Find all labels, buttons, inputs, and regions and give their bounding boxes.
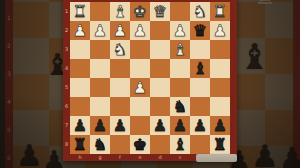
white-pawn-piece: ♟ (113, 21, 127, 40)
black-knight-piece: ♞ (93, 135, 107, 154)
square-a2[interactable]: ♟ (210, 21, 230, 40)
square-g2[interactable]: ♟ (90, 21, 110, 40)
square-g1[interactable] (90, 2, 110, 21)
white-pawn-piece: ♟ (213, 21, 227, 40)
square-a8[interactable]: ♜ (210, 135, 230, 154)
white-pawn-piece: ♟ (133, 21, 147, 40)
square-c3[interactable]: ♝ (170, 40, 190, 59)
black-bishop-piece: ♝ (173, 135, 187, 154)
square-g4[interactable] (90, 59, 110, 78)
square-h6[interactable] (70, 97, 90, 116)
black-pawn-piece: ♟ (213, 116, 227, 135)
black-pawn-piece: ♟ (173, 116, 187, 135)
square-d4[interactable] (150, 59, 170, 78)
file-label-e: e (130, 154, 150, 161)
black-pawn-piece: ♟ (73, 116, 87, 135)
black-king-piece: ♚ (133, 135, 147, 154)
white-pawn-piece: ♟ (173, 21, 187, 40)
rank-label-2: 2 (63, 21, 70, 40)
square-h3[interactable] (70, 40, 90, 59)
square-e5[interactable]: ♟ (130, 78, 150, 97)
square-h5[interactable] (70, 78, 90, 97)
square-h2[interactable]: ♟ (70, 21, 90, 40)
square-f7[interactable]: ♟ (110, 116, 130, 135)
square-a6[interactable] (210, 97, 230, 116)
square-b4[interactable]: ♝ (190, 59, 210, 78)
square-b6[interactable] (190, 97, 210, 116)
black-pawn-piece: ♟ (153, 116, 167, 135)
rank-label-8: 8 (63, 135, 70, 154)
square-f4[interactable] (110, 59, 130, 78)
square-a4[interactable] (210, 59, 230, 78)
square-e4[interactable] (130, 59, 150, 78)
rank-label-6: 6 (63, 97, 70, 116)
square-h1[interactable]: ♜ (70, 2, 90, 21)
square-d6[interactable] (150, 97, 170, 116)
square-e3[interactable] (130, 40, 150, 59)
rank-label-7: 7 (63, 116, 70, 135)
square-d5[interactable] (150, 78, 170, 97)
square-e7[interactable] (130, 116, 150, 135)
square-b5[interactable] (190, 78, 210, 97)
black-pawn-piece: ♟ (193, 116, 207, 135)
file-label-d: d (150, 154, 170, 161)
square-b3[interactable] (190, 40, 210, 59)
black-pawn-piece: ♟ (113, 116, 127, 135)
black-rook-piece: ♜ (73, 135, 87, 154)
square-e1[interactable]: ♚ (130, 2, 150, 21)
square-e6[interactable] (130, 97, 150, 116)
rank-label-1: 1 (63, 2, 70, 21)
black-rook-piece: ♜ (213, 135, 227, 154)
white-knight-piece: ♞ (113, 40, 127, 59)
white-knight-piece: ♞ (193, 2, 207, 21)
file-label-c: c (170, 154, 190, 161)
rank-label-5: 5 (63, 78, 70, 97)
square-h7[interactable]: ♟ (70, 116, 90, 135)
square-g3[interactable] (90, 40, 110, 59)
rank-label-3: 3 (63, 40, 70, 59)
square-g7[interactable]: ♟ (90, 116, 110, 135)
square-d1[interactable]: ♛ (150, 2, 170, 21)
rank-label-4: 4 (63, 59, 70, 78)
square-g8[interactable]: ♞ (90, 135, 110, 154)
white-king-piece: ♚ (133, 2, 147, 21)
square-a1[interactable]: ♜ (210, 2, 230, 21)
square-c8[interactable]: ♝ (170, 135, 190, 154)
black-bishop-piece: ♝ (193, 59, 207, 78)
square-f3[interactable]: ♞ (110, 40, 130, 59)
rank-coordinate-labels: 12345678 (63, 2, 70, 154)
square-h4[interactable] (70, 59, 90, 78)
square-e8[interactable]: ♚ (130, 135, 150, 154)
file-label-f: f (110, 154, 130, 161)
square-a7[interactable]: ♟ (210, 116, 230, 135)
square-d2[interactable] (150, 21, 170, 40)
white-pawn-piece: ♟ (133, 78, 147, 97)
square-e2[interactable]: ♟ (130, 21, 150, 40)
file-label-h: h (70, 154, 90, 161)
white-pawn-piece: ♟ (73, 21, 87, 40)
square-f1[interactable]: ♝ (110, 2, 130, 21)
black-pawn-piece: ♟ (93, 116, 107, 135)
white-rook-piece: ♜ (213, 2, 227, 21)
square-a3[interactable] (210, 40, 230, 59)
app-window: 123456 ♟♟♝♝♟♟♟♜ ♜♝♚♛♞♜♟♟♟♟♟♛♟♞♝♝♟♞♟♟♟♟♟♟… (0, 0, 300, 168)
white-pawn-piece: ♟ (93, 21, 107, 40)
square-b7[interactable]: ♟ (190, 116, 210, 135)
square-c2[interactable]: ♟ (170, 21, 190, 40)
watermark-label (196, 154, 237, 162)
square-g6[interactable] (90, 97, 110, 116)
square-d7[interactable]: ♟ (150, 116, 170, 135)
square-g5[interactable] (90, 78, 110, 97)
square-c7[interactable]: ♟ (170, 116, 190, 135)
square-h8[interactable]: ♜ (70, 135, 90, 154)
white-queen-piece: ♛ (153, 2, 167, 21)
black-queen-piece: ♛ (193, 21, 207, 40)
black-knight-piece: ♞ (173, 97, 187, 116)
chess-board: ♜♝♚♛♞♜♟♟♟♟♟♛♟♞♝♝♟♞♟♟♟♟♟♟♟♜♞♚♝♜ hgfedcba … (63, 0, 237, 161)
square-c6[interactable]: ♞ (170, 97, 190, 116)
square-b8[interactable] (190, 135, 210, 154)
board-squares: ♜♝♚♛♞♜♟♟♟♟♟♛♟♞♝♝♟♞♟♟♟♟♟♟♟♜♞♚♝♜ (70, 2, 230, 154)
square-f6[interactable] (110, 97, 130, 116)
square-c5[interactable] (170, 78, 190, 97)
square-d8[interactable] (150, 135, 170, 154)
white-bishop-piece: ♝ (113, 2, 127, 21)
square-f2[interactable]: ♟ (110, 21, 130, 40)
file-label-g: g (90, 154, 110, 161)
white-rook-piece: ♜ (73, 2, 87, 21)
square-b2[interactable]: ♛ (190, 21, 210, 40)
square-a5[interactable] (210, 78, 230, 97)
square-f8[interactable] (110, 135, 130, 154)
square-c4[interactable] (170, 59, 190, 78)
square-c1[interactable] (170, 2, 190, 21)
square-b1[interactable]: ♞ (190, 2, 210, 21)
square-f5[interactable] (110, 78, 130, 97)
white-bishop-piece: ♝ (173, 40, 187, 59)
square-d3[interactable] (150, 40, 170, 59)
